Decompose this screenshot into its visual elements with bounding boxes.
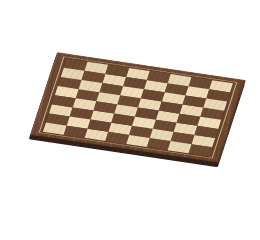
board-frame	[30, 52, 246, 163]
product-photo	[0, 0, 260, 240]
chessboard	[30, 52, 246, 163]
